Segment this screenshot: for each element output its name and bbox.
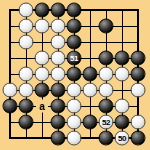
black-stone <box>83 115 98 130</box>
black-stone <box>115 115 130 130</box>
black-stone <box>19 115 34 130</box>
black-stone <box>115 51 130 66</box>
white-stone <box>83 83 98 98</box>
black-stone <box>51 3 66 18</box>
black-stone <box>35 3 50 18</box>
white-stone <box>131 83 146 98</box>
black-stone <box>3 99 18 114</box>
white-stone <box>67 99 82 114</box>
white-stone <box>99 83 114 98</box>
white-stone <box>67 131 82 146</box>
go-board[interactable]: 515250a <box>0 0 150 150</box>
black-stone <box>51 131 66 146</box>
black-stone <box>19 99 34 114</box>
white-stone <box>35 19 50 34</box>
white-stone <box>67 83 82 98</box>
black-stone <box>51 99 66 114</box>
white-stone <box>19 19 34 34</box>
black-stone <box>51 115 66 130</box>
black-stone <box>67 35 82 50</box>
white-stone <box>19 83 34 98</box>
white-stone <box>51 19 66 34</box>
black-stone <box>67 67 82 82</box>
white-stone <box>99 67 114 82</box>
black-stone <box>67 3 82 18</box>
black-stone <box>83 67 98 82</box>
black-stone <box>131 67 146 82</box>
black-stone <box>35 83 50 98</box>
black-stone <box>51 83 66 98</box>
white-stone <box>19 67 34 82</box>
point-label-a: a <box>36 100 48 113</box>
black-stone <box>67 19 82 34</box>
white-stone <box>51 67 66 82</box>
black-stone <box>99 51 114 66</box>
white-stone <box>35 51 50 66</box>
black-stone <box>99 19 114 34</box>
white-stone <box>131 115 146 130</box>
white-stone <box>115 67 130 82</box>
white-stone <box>67 115 82 130</box>
white-stone <box>19 35 34 50</box>
white-stone <box>19 3 34 18</box>
white-stone <box>3 83 18 98</box>
black-stone <box>99 131 114 146</box>
move-50-stone: 50 <box>115 131 130 146</box>
move-51-stone: 51 <box>67 51 82 66</box>
black-stone <box>99 99 114 114</box>
white-stone <box>51 51 66 66</box>
white-stone <box>115 99 130 114</box>
black-stone <box>131 131 146 146</box>
white-stone <box>35 67 50 82</box>
white-stone <box>51 35 66 50</box>
move-52-stone: 52 <box>99 115 114 130</box>
black-stone <box>131 51 146 66</box>
